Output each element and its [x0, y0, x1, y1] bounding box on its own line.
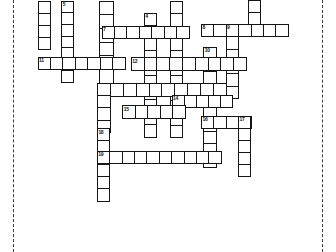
clue-number: 8 — [203, 24, 205, 30]
clue-number: 5 — [63, 1, 65, 7]
clue-number: 17 — [240, 116, 245, 122]
clue-number: 10 — [205, 47, 210, 53]
clue-lists — [0, 196, 336, 252]
worksheet-page: 5478910111213141516171819 — [0, 0, 336, 252]
crossword-cell[interactable] — [275, 24, 289, 38]
clue-number: 12 — [132, 58, 137, 64]
clue-number: 11 — [39, 57, 44, 63]
crossword-cell[interactable] — [99, 69, 114, 84]
crossword-cell[interactable] — [233, 57, 247, 71]
crossword-cell[interactable] — [112, 57, 126, 71]
crossword-cell[interactable] — [144, 124, 158, 138]
crossword-cell[interactable] — [238, 164, 251, 177]
clue-number: 14 — [173, 95, 178, 101]
clue-number: 7 — [103, 26, 105, 32]
crossword-cell[interactable] — [176, 26, 190, 40]
clue-number: 19 — [98, 151, 103, 157]
crossword-cell[interactable] — [172, 105, 186, 119]
clue-number: 18 — [98, 129, 103, 135]
clue-number: 16 — [203, 116, 208, 122]
crossword-board: 5478910111213141516171819 — [0, 0, 336, 210]
clue-number: 15 — [124, 106, 129, 112]
crossword-cell[interactable] — [61, 70, 74, 83]
clue-number: 4 — [145, 13, 147, 19]
crossword-cell[interactable] — [170, 125, 184, 139]
crossword-cell[interactable] — [220, 95, 233, 108]
clue-number: 9 — [227, 24, 229, 30]
crossword-cell[interactable] — [38, 37, 51, 50]
crossword-cell[interactable] — [208, 151, 222, 165]
